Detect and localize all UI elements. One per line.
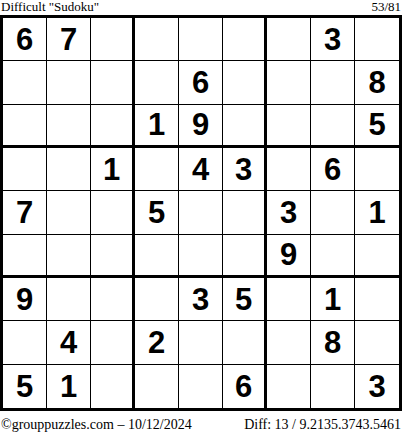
- cell-r5c3[interactable]: [91, 191, 135, 234]
- cell-r1c4[interactable]: [135, 18, 179, 61]
- cell-r4c2[interactable]: [47, 148, 91, 191]
- cell-r7c7[interactable]: [267, 278, 311, 321]
- cell-r4c5: 4: [179, 148, 223, 191]
- cell-r2c5: 6: [179, 61, 223, 104]
- cell-r4c6: 3: [223, 148, 267, 191]
- cell-r9c5[interactable]: [179, 365, 223, 408]
- cell-r5c1: 7: [3, 191, 47, 234]
- cell-r1c8: 3: [311, 18, 355, 61]
- cell-r5c4: 5: [135, 191, 179, 234]
- cell-r8c8: 8: [311, 321, 355, 364]
- cell-r2c1[interactable]: [3, 61, 47, 104]
- cell-r2c7[interactable]: [267, 61, 311, 104]
- cell-r1c1: 6: [3, 18, 47, 61]
- cell-r3c8[interactable]: [311, 105, 355, 148]
- cell-r6c3[interactable]: [91, 235, 135, 278]
- cell-r8c6[interactable]: [223, 321, 267, 364]
- cell-r3c2[interactable]: [47, 105, 91, 148]
- cell-r6c9[interactable]: [355, 235, 399, 278]
- cell-r3c4: 1: [135, 105, 179, 148]
- cell-r5c5[interactable]: [179, 191, 223, 234]
- cell-r9c3[interactable]: [91, 365, 135, 408]
- cell-r2c4[interactable]: [135, 61, 179, 104]
- cell-r8c1[interactable]: [3, 321, 47, 364]
- cell-r6c2[interactable]: [47, 235, 91, 278]
- cell-r5c7: 3: [267, 191, 311, 234]
- cell-r5c9: 1: [355, 191, 399, 234]
- puzzle-title: Difficult "Sudoku": [1, 0, 99, 14]
- cell-r4c1[interactable]: [3, 148, 47, 191]
- cell-r9c8[interactable]: [311, 365, 355, 408]
- cell-r4c3: 1: [91, 148, 135, 191]
- cell-r1c3[interactable]: [91, 18, 135, 61]
- cell-r3c3[interactable]: [91, 105, 135, 148]
- cell-r6c5[interactable]: [179, 235, 223, 278]
- cell-r7c6: 5: [223, 278, 267, 321]
- cell-r9c9: 3: [355, 365, 399, 408]
- cell-r7c5: 3: [179, 278, 223, 321]
- cell-r8c9[interactable]: [355, 321, 399, 364]
- cell-r2c2[interactable]: [47, 61, 91, 104]
- cell-r4c8: 6: [311, 148, 355, 191]
- sudoku-grid: 6736819514367531993514285163: [0, 15, 402, 411]
- cell-r8c2: 4: [47, 321, 91, 364]
- cell-r2c9: 8: [355, 61, 399, 104]
- cell-r1c5[interactable]: [179, 18, 223, 61]
- cell-r9c1: 5: [3, 365, 47, 408]
- cell-r9c7[interactable]: [267, 365, 311, 408]
- cell-r4c7[interactable]: [267, 148, 311, 191]
- cell-r5c6[interactable]: [223, 191, 267, 234]
- cell-r7c9[interactable]: [355, 278, 399, 321]
- cell-r2c6[interactable]: [223, 61, 267, 104]
- cell-r6c6[interactable]: [223, 235, 267, 278]
- cell-r3c6[interactable]: [223, 105, 267, 148]
- cell-r8c5[interactable]: [179, 321, 223, 364]
- cell-r2c8[interactable]: [311, 61, 355, 104]
- cell-r1c7[interactable]: [267, 18, 311, 61]
- cell-r5c2[interactable]: [47, 191, 91, 234]
- cell-r1c2: 7: [47, 18, 91, 61]
- cell-r8c7[interactable]: [267, 321, 311, 364]
- cell-r1c9[interactable]: [355, 18, 399, 61]
- cell-r3c5: 9: [179, 105, 223, 148]
- copyright-date-text: ©grouppuzzles.com – 10/12/2024: [1, 417, 192, 432]
- cell-r4c9[interactable]: [355, 148, 399, 191]
- header: Difficult "Sudoku" 53/81: [0, 0, 402, 15]
- cell-r7c8: 1: [311, 278, 355, 321]
- cell-r7c3[interactable]: [91, 278, 135, 321]
- cell-r7c2[interactable]: [47, 278, 91, 321]
- cell-r6c1[interactable]: [3, 235, 47, 278]
- cell-r9c4[interactable]: [135, 365, 179, 408]
- difficulty-rating-text: Diff: 13 / 9.2135.3743.5461: [244, 417, 401, 432]
- cell-r5c8[interactable]: [311, 191, 355, 234]
- cell-r4c4[interactable]: [135, 148, 179, 191]
- cells-remaining-counter: 53/81: [371, 0, 401, 14]
- cell-r3c9: 5: [355, 105, 399, 148]
- cell-r8c3[interactable]: [91, 321, 135, 364]
- cell-r7c4[interactable]: [135, 278, 179, 321]
- cell-r1c6[interactable]: [223, 18, 267, 61]
- cell-r7c1: 9: [3, 278, 47, 321]
- cell-r2c3[interactable]: [91, 61, 135, 104]
- cell-r9c6: 6: [223, 365, 267, 408]
- cell-r3c7[interactable]: [267, 105, 311, 148]
- cell-r6c7: 9: [267, 235, 311, 278]
- cell-r3c1[interactable]: [3, 105, 47, 148]
- cell-r6c4[interactable]: [135, 235, 179, 278]
- cell-r9c2: 1: [47, 365, 91, 408]
- cell-r8c4: 2: [135, 321, 179, 364]
- cell-r6c8[interactable]: [311, 235, 355, 278]
- footer: ©grouppuzzles.com – 10/12/2024 Diff: 13 …: [0, 411, 402, 437]
